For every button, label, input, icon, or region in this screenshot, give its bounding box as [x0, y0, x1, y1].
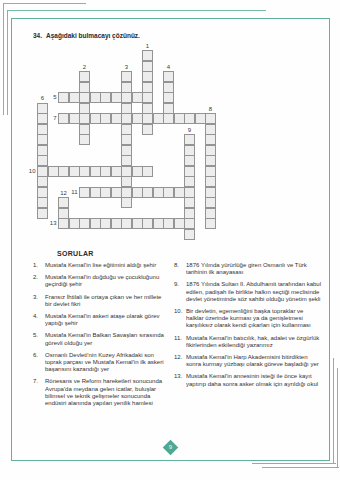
question-number: 7.: [33, 378, 45, 407]
question-text: Mustafa Kemal'in Harp Akademisini bitird…: [186, 354, 322, 368]
crossword-cell[interactable]: [142, 61, 153, 72]
crossword-cell[interactable]: [132, 218, 143, 229]
crossword-cell[interactable]: [132, 92, 143, 103]
crossword-cell[interactable]: [142, 218, 153, 229]
crossword-cell[interactable]: [121, 176, 132, 187]
question-number: 10.: [174, 308, 186, 330]
crossword-cell[interactable]: [121, 113, 132, 124]
crossword-cell[interactable]: [58, 92, 69, 103]
crossword-cell[interactable]: [79, 113, 90, 124]
question-text: 1876 Yılında yürürlüğe giren Osmanlı ve …: [186, 262, 322, 276]
page-frame-line: [7, 10, 8, 115]
question-text: Osmanlı Devleti'nin Kuzey Afrikadaki son…: [45, 352, 167, 374]
crossword-cell[interactable]: [121, 166, 132, 177]
exercise-instruction: Aşağıdaki bulmacayı çözünüz.: [46, 32, 140, 39]
clue-number: 9: [184, 127, 195, 134]
crossword-cell[interactable]: [163, 103, 174, 114]
crossword-cell[interactable]: [184, 218, 195, 229]
crossword-cell[interactable]: [37, 103, 48, 114]
crossword-cell[interactable]: [184, 166, 195, 177]
crossword-cell[interactable]: [111, 187, 122, 198]
question-text: Mustafa Kemal'in Balkan Savaşları sırası…: [45, 332, 167, 346]
crossword-cell[interactable]: [69, 92, 80, 103]
crossword-cell[interactable]: [163, 187, 174, 198]
question-item: 12.Mustafa Kemal'in Harp Akademisini bit…: [174, 354, 322, 368]
crossword-cell[interactable]: [174, 113, 185, 124]
questions-heading: SORULAR: [57, 250, 94, 257]
crossword-cell[interactable]: [142, 50, 153, 61]
crossword-cell[interactable]: [205, 166, 216, 177]
crossword-cell[interactable]: [37, 155, 48, 166]
crossword-cell[interactable]: [205, 145, 216, 156]
question-text: Rönesans ve Reform hareketleri sonucunda…: [45, 378, 167, 407]
exercise-number: 34.: [33, 32, 46, 39]
clue-number: 3: [121, 64, 132, 71]
question-item: 9.1876 Yılında Sultan II. Abdulhamit tar…: [174, 281, 322, 303]
crossword-cell[interactable]: [90, 92, 101, 103]
crossword-cell[interactable]: [132, 166, 143, 177]
page-frame-line: [262, 467, 339, 468]
clue-number: 6: [37, 95, 48, 102]
clue-number: 13: [44, 218, 57, 229]
question-text: Mustafa Kemal'in lise eğitimini aldığı ş…: [45, 262, 167, 269]
question-text: Mustafa Kemal'in annesinin isteği ile ön…: [186, 373, 322, 387]
crossword-cell[interactable]: [69, 113, 80, 124]
crossword-cell[interactable]: [121, 124, 132, 135]
crossword-cell[interactable]: [100, 218, 111, 229]
question-number: 1.: [33, 262, 45, 269]
crossword-cell[interactable]: [121, 92, 132, 103]
crossword-cell[interactable]: [142, 166, 153, 177]
question-text: Fransız İhtilali ile ortaya çıkan ve her…: [45, 294, 167, 308]
question-text: Mustafa Kemal'in askeri ataşe olarak gör…: [45, 313, 167, 327]
crossword-cell[interactable]: [142, 187, 153, 198]
question-item: 4.Mustafa Kemal'in askeri ataşe olarak g…: [33, 313, 167, 327]
crossword-cell[interactable]: [100, 113, 111, 124]
crossword-cell[interactable]: [174, 218, 185, 229]
crossword-cell[interactable]: [184, 155, 195, 166]
crossword-cell[interactable]: [184, 145, 195, 156]
crossword-cell[interactable]: [121, 134, 132, 145]
crossword-cell[interactable]: [37, 176, 48, 187]
question-item: 6.Osmanlı Devleti'nin Kuzey Afrikadaki s…: [33, 352, 167, 374]
question-item: 10.Bir devletin, egemenliğini başka topr…: [174, 308, 322, 330]
crossword-cell[interactable]: [184, 208, 195, 219]
clue-number: 12: [58, 190, 69, 197]
crossword-cell[interactable]: [100, 166, 111, 177]
question-text: Bir devletin, egemenliğini başka toprakl…: [186, 308, 322, 330]
crossword-cell[interactable]: [121, 187, 132, 198]
crossword-cell[interactable]: [163, 92, 174, 103]
crossword-cell[interactable]: [142, 82, 153, 93]
crossword-cell[interactable]: [111, 92, 122, 103]
question-item: 3.Fransız İhtilali ile ortaya çıkan ve h…: [33, 294, 167, 308]
crossword-cell[interactable]: [79, 187, 90, 198]
crossword-cell[interactable]: [132, 187, 143, 198]
crossword-cell[interactable]: [153, 187, 164, 198]
crossword-cell[interactable]: [132, 113, 143, 124]
page-frame-line: [252, 463, 336, 464]
crossword-cell[interactable]: [142, 113, 153, 124]
crossword-cell[interactable]: [205, 218, 216, 229]
crossword-cell[interactable]: [142, 124, 153, 135]
question-number: 11.: [174, 335, 186, 349]
crossword-cell[interactable]: [79, 71, 90, 82]
crossword-cell[interactable]: [205, 208, 216, 219]
crossword-cell[interactable]: [195, 113, 206, 124]
question-text: Mustafa Kemal'in batıcılık, hak, adalet …: [186, 335, 322, 349]
crossword-cell[interactable]: [163, 71, 174, 82]
crossword-cell[interactable]: [184, 134, 195, 145]
question-number: 8.: [174, 262, 186, 276]
crossword-cell[interactable]: [69, 218, 80, 229]
crossword-cell[interactable]: [37, 166, 48, 177]
crossword-cell[interactable]: [79, 103, 90, 114]
clue-number: 10: [23, 166, 36, 177]
crossword-cell[interactable]: [142, 71, 153, 82]
question-text: 1876 Yılında Sultan II. Abdulhamit taraf…: [186, 281, 322, 303]
crossword-cell[interactable]: [142, 92, 153, 103]
crossword-cell[interactable]: [90, 218, 101, 229]
crossword-cell[interactable]: [37, 197, 48, 208]
crossword-cell[interactable]: [79, 166, 90, 177]
crossword-cell[interactable]: [37, 124, 48, 135]
clue-number: 7: [44, 113, 57, 124]
crossword-cell[interactable]: [58, 208, 69, 219]
exercise-title: 34. Aşağıdaki bulmacayı çözünüz.: [33, 32, 140, 39]
page-frame-line: [3, 3, 4, 115]
question-text: Mustafa Kemal'in doğduğu ve çocukluğunu …: [45, 274, 167, 288]
crossword-cell[interactable]: [79, 134, 90, 145]
crossword-cell[interactable]: [163, 218, 174, 229]
crossword-cell[interactable]: [153, 113, 164, 124]
crossword-cell[interactable]: [100, 187, 111, 198]
clue-number: 2: [79, 64, 90, 71]
page-frame-line: [337, 368, 338, 468]
crossword-cell[interactable]: [37, 134, 48, 145]
crossword-cell[interactable]: [37, 208, 48, 219]
crossword-cell[interactable]: [90, 166, 101, 177]
crossword-cell[interactable]: [37, 145, 48, 156]
crossword-cell[interactable]: [205, 176, 216, 187]
question-item: 1.Mustafa Kemal'in lise eğitimini aldığı…: [33, 262, 167, 269]
crossword-cell[interactable]: [79, 124, 90, 135]
question-number: 6.: [33, 352, 45, 374]
clue-number: 4: [163, 64, 174, 71]
crossword-cell[interactable]: [153, 218, 164, 229]
question-number: 4.: [33, 313, 45, 327]
question-item: 7.Rönesans ve Reform hareketleri sonucun…: [33, 378, 167, 407]
crossword-cell[interactable]: [121, 71, 132, 82]
crossword-cell[interactable]: [100, 92, 111, 103]
crossword-cell[interactable]: [121, 145, 132, 156]
crossword-cell[interactable]: [205, 197, 216, 208]
crossword-cell[interactable]: [184, 229, 195, 240]
questions-right: 8.1876 Yılında yürürlüğe giren Osmanlı v…: [174, 262, 322, 393]
question-number: 5.: [33, 332, 45, 346]
crossword-cell[interactable]: [121, 82, 132, 93]
page-number-badge: 9: [162, 439, 178, 455]
crossword-cell[interactable]: [184, 113, 195, 124]
crossword-cell[interactable]: [121, 218, 132, 229]
crossword-cell[interactable]: [184, 187, 195, 198]
question-number: 2.: [33, 274, 45, 288]
crossword-cell[interactable]: [184, 197, 195, 208]
crossword-cell[interactable]: [69, 166, 80, 177]
clue-number: 1: [142, 43, 153, 50]
crossword-cell[interactable]: [111, 113, 122, 124]
clue-number: 8: [205, 106, 216, 113]
crossword-cell[interactable]: [121, 155, 132, 166]
crossword-cell[interactable]: [205, 187, 216, 198]
crossword-cell[interactable]: [121, 197, 132, 208]
crossword-cell[interactable]: [58, 113, 69, 124]
crossword-cell[interactable]: [121, 103, 132, 114]
question-number: 12.: [174, 354, 186, 368]
crossword-cell[interactable]: [79, 218, 90, 229]
question-item: 13.Mustafa Kemal'in annesinin isteği ile…: [174, 373, 322, 387]
crossword-cell[interactable]: [205, 113, 216, 124]
question-number: 9.: [174, 281, 186, 303]
crossword-cell[interactable]: [79, 92, 90, 103]
crossword-cell[interactable]: [184, 176, 195, 187]
page-frame-line: [4, 3, 86, 4]
page-frame-line: [7, 10, 266, 11]
crossword-cell[interactable]: [205, 155, 216, 166]
crossword-cell[interactable]: [48, 166, 59, 177]
page-frame-line: [333, 358, 334, 464]
crossword-cell[interactable]: [163, 113, 174, 124]
crossword-cell[interactable]: [79, 82, 90, 93]
question-item: 11.Mustafa Kemal'in batıcılık, hak, adal…: [174, 335, 322, 349]
crossword-cell[interactable]: [111, 166, 122, 177]
crossword-cell[interactable]: [58, 197, 69, 208]
crossword-cell[interactable]: [111, 218, 122, 229]
crossword-cell[interactable]: [205, 134, 216, 145]
crossword-cell[interactable]: [163, 82, 174, 93]
crossword-cell[interactable]: [90, 113, 101, 124]
crossword-cell[interactable]: [90, 187, 101, 198]
question-number: 13.: [174, 373, 186, 387]
crossword-cell[interactable]: [174, 187, 185, 198]
question-number: 3.: [33, 294, 45, 308]
question-item: 5.Mustafa Kemal'in Balkan Savaşları sıra…: [33, 332, 167, 346]
questions-left: 1.Mustafa Kemal'in lise eğitimini aldığı…: [33, 262, 167, 412]
crossword-cell[interactable]: [37, 187, 48, 198]
page-number: 9: [165, 442, 176, 453]
crossword-grid: 12345678910111213: [37, 50, 226, 239]
crossword-cell[interactable]: [205, 124, 216, 135]
question-item: 8.1876 Yılında yürürlüğe giren Osmanlı v…: [174, 262, 322, 276]
question-item: 2.Mustafa Kemal'in doğduğu ve çocukluğun…: [33, 274, 167, 288]
crossword-cell[interactable]: [142, 103, 153, 114]
crossword-cell[interactable]: [58, 218, 69, 229]
crossword-cell[interactable]: [58, 166, 69, 177]
